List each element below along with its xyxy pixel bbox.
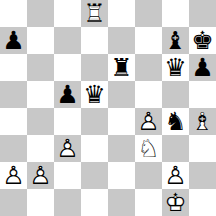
square-a7[interactable]: ♟ — [0, 27, 27, 54]
square-c1[interactable] — [54, 189, 81, 216]
square-g7[interactable]: ♝ — [162, 27, 189, 54]
square-h6[interactable]: ♟ — [189, 54, 216, 81]
square-b5[interactable] — [27, 81, 54, 108]
white-king[interactable]: ♚♔ — [162, 189, 189, 216]
square-g3[interactable] — [162, 135, 189, 162]
square-e4[interactable] — [108, 108, 135, 135]
white-pawn-glyph: ♙ — [162, 162, 189, 189]
black-queen[interactable]: ♛ — [81, 81, 108, 108]
white-pawn[interactable]: ♟♙ — [0, 162, 27, 189]
square-h3[interactable] — [189, 135, 216, 162]
white-rook-glyph: ♖ — [81, 0, 108, 27]
square-g1[interactable]: ♚♔ — [162, 189, 189, 216]
square-f4[interactable]: ♟♙ — [135, 108, 162, 135]
black-pawn[interactable]: ♟ — [189, 54, 216, 81]
white-pawn-glyph: ♙ — [0, 162, 27, 189]
white-bishop[interactable]: ♝♗ — [189, 108, 216, 135]
black-rook[interactable]: ♜ — [108, 54, 135, 81]
square-f5[interactable] — [135, 81, 162, 108]
white-pawn[interactable]: ♟♙ — [162, 162, 189, 189]
black-bishop[interactable]: ♝ — [162, 27, 189, 54]
square-g4[interactable]: ♞ — [162, 108, 189, 135]
square-f3[interactable]: ♞♘ — [135, 135, 162, 162]
square-b6[interactable] — [27, 54, 54, 81]
square-c6[interactable] — [54, 54, 81, 81]
chess-app-screen: ♜♖♟♝♚♜♛♟♟♛♟♙♞♝♗♟♙♞♘♟♙♟♙♟♙♚♔ — [0, 0, 216, 216]
white-king-glyph: ♔ — [162, 189, 189, 216]
square-h7[interactable]: ♚ — [189, 27, 216, 54]
white-pawn[interactable]: ♟♙ — [54, 135, 81, 162]
square-a5[interactable] — [0, 81, 27, 108]
square-g8[interactable] — [162, 0, 189, 27]
square-b7[interactable] — [27, 27, 54, 54]
square-f7[interactable] — [135, 27, 162, 54]
square-g5[interactable] — [162, 81, 189, 108]
square-f8[interactable] — [135, 0, 162, 27]
square-h2[interactable] — [189, 162, 216, 189]
square-f1[interactable] — [135, 189, 162, 216]
square-d2[interactable] — [81, 162, 108, 189]
white-pawn[interactable]: ♟♙ — [135, 108, 162, 135]
chess-board: ♜♖♟♝♚♜♛♟♟♛♟♙♞♝♗♟♙♞♘♟♙♟♙♟♙♚♔ — [0, 0, 216, 216]
square-d8[interactable]: ♜♖ — [81, 0, 108, 27]
square-e6[interactable]: ♜ — [108, 54, 135, 81]
square-d6[interactable] — [81, 54, 108, 81]
square-c5[interactable]: ♟ — [54, 81, 81, 108]
white-knight[interactable]: ♞♘ — [135, 135, 162, 162]
square-f6[interactable] — [135, 54, 162, 81]
square-e2[interactable] — [108, 162, 135, 189]
square-d5[interactable]: ♛ — [81, 81, 108, 108]
square-d4[interactable] — [81, 108, 108, 135]
white-pawn-glyph: ♙ — [135, 108, 162, 135]
white-bishop-glyph: ♗ — [189, 108, 216, 135]
square-b8[interactable] — [27, 0, 54, 27]
square-a4[interactable] — [0, 108, 27, 135]
square-a8[interactable] — [0, 0, 27, 27]
white-rook[interactable]: ♜♖ — [81, 0, 108, 27]
white-pawn[interactable]: ♟♙ — [27, 162, 54, 189]
black-king[interactable]: ♚ — [189, 27, 216, 54]
white-knight-glyph: ♘ — [135, 135, 162, 162]
square-b3[interactable] — [27, 135, 54, 162]
square-c8[interactable] — [54, 0, 81, 27]
square-e3[interactable] — [108, 135, 135, 162]
square-c3[interactable]: ♟♙ — [54, 135, 81, 162]
square-b4[interactable] — [27, 108, 54, 135]
white-pawn-glyph: ♙ — [54, 135, 81, 162]
square-a6[interactable] — [0, 54, 27, 81]
square-d3[interactable] — [81, 135, 108, 162]
square-h5[interactable] — [189, 81, 216, 108]
square-d7[interactable] — [81, 27, 108, 54]
square-a2[interactable]: ♟♙ — [0, 162, 27, 189]
square-b1[interactable] — [27, 189, 54, 216]
square-h1[interactable] — [189, 189, 216, 216]
square-e1[interactable] — [108, 189, 135, 216]
square-h4[interactable]: ♝♗ — [189, 108, 216, 135]
square-c4[interactable] — [54, 108, 81, 135]
square-a3[interactable] — [0, 135, 27, 162]
square-d1[interactable] — [81, 189, 108, 216]
square-c2[interactable] — [54, 162, 81, 189]
black-queen[interactable]: ♛ — [162, 54, 189, 81]
square-e7[interactable] — [108, 27, 135, 54]
square-f2[interactable] — [135, 162, 162, 189]
square-a1[interactable] — [0, 189, 27, 216]
square-g6[interactable]: ♛ — [162, 54, 189, 81]
square-g2[interactable]: ♟♙ — [162, 162, 189, 189]
square-e5[interactable] — [108, 81, 135, 108]
square-e8[interactable] — [108, 0, 135, 27]
black-knight[interactable]: ♞ — [162, 108, 189, 135]
square-h8[interactable] — [189, 0, 216, 27]
black-pawn[interactable]: ♟ — [0, 27, 27, 54]
black-pawn[interactable]: ♟ — [54, 81, 81, 108]
white-pawn-glyph: ♙ — [27, 162, 54, 189]
square-c7[interactable] — [54, 27, 81, 54]
square-b2[interactable]: ♟♙ — [27, 162, 54, 189]
